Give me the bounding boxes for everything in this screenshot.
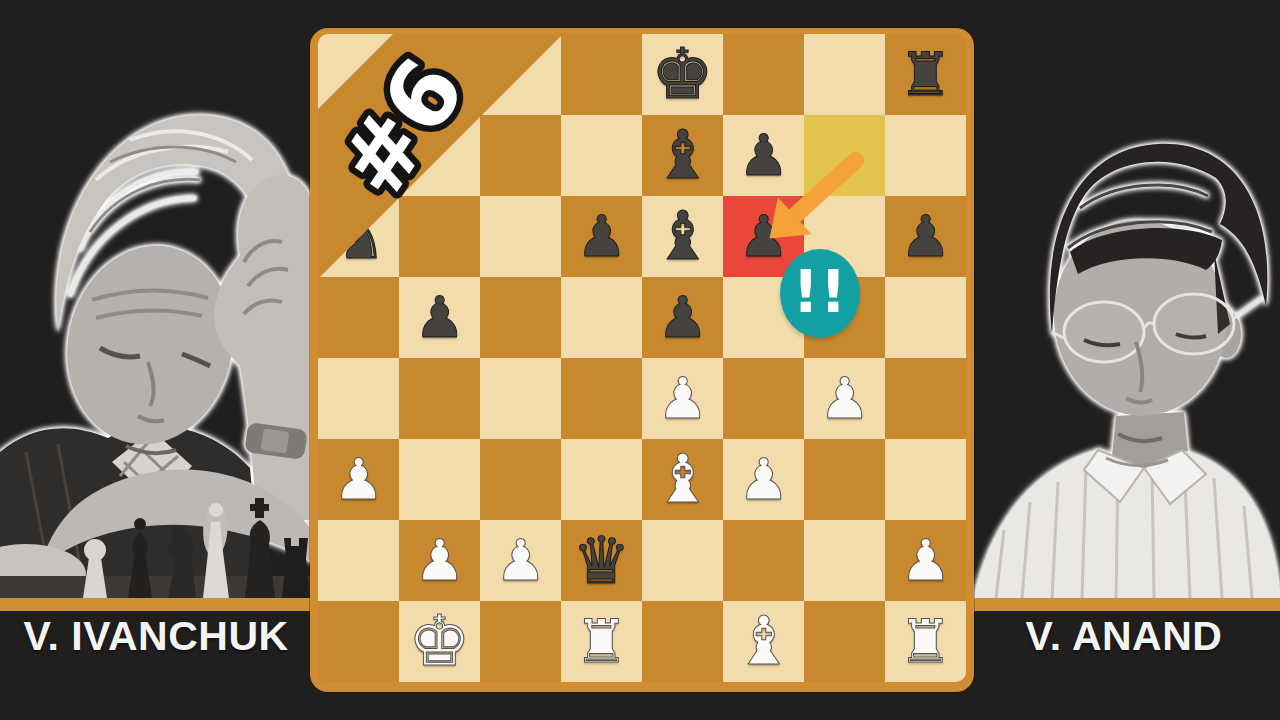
black-queen: ♛: [561, 520, 642, 601]
square-c6: [480, 196, 561, 277]
square-c5: [480, 277, 561, 358]
square-d1: ♜: [561, 601, 642, 682]
square-d8: [561, 34, 642, 115]
white-piece-photo: [209, 503, 223, 517]
square-e5: ♟: [642, 277, 723, 358]
square-h1: ♜: [885, 601, 966, 682]
square-a3: ♟: [318, 439, 399, 520]
board-area: ♚♜♝♟♞♟♝♟♟♟♟♟♟♟♝♟♟♟♛♟♚♜♝♜ #6 !!: [318, 34, 966, 682]
white-pawn: ♟: [804, 358, 885, 439]
black-pawn: ♟: [723, 115, 804, 196]
square-f1: ♝: [723, 601, 804, 682]
square-e3: ♝: [642, 439, 723, 520]
square-d4: [561, 358, 642, 439]
white-rook: ♜: [885, 601, 966, 682]
white-pawn: ♟: [885, 520, 966, 601]
white-rook: ♜: [561, 601, 642, 682]
square-g4: ♟: [804, 358, 885, 439]
square-h7: [885, 115, 966, 196]
square-h3: [885, 439, 966, 520]
square-c7: [480, 115, 561, 196]
watch-face: [261, 428, 290, 453]
brilliant-move-badge: !!: [780, 249, 860, 338]
square-b2: ♟: [399, 520, 480, 601]
square-f4: [723, 358, 804, 439]
square-g2: [804, 520, 885, 601]
square-h2: ♟: [885, 520, 966, 601]
black-pawn: ♟: [399, 277, 480, 358]
square-g1: [804, 601, 885, 682]
black-king: ♚: [642, 34, 723, 115]
square-d2: ♛: [561, 520, 642, 601]
square-b1: ♚: [399, 601, 480, 682]
black-pawn: ♟: [561, 196, 642, 277]
square-a1: [318, 601, 399, 682]
square-b6: [399, 196, 480, 277]
right-player-name: V. ANAND: [968, 613, 1280, 660]
white-pawn: ♟: [723, 439, 804, 520]
square-c4: [480, 358, 561, 439]
black-king-cross: [250, 504, 269, 511]
square-g8: [804, 34, 885, 115]
left-player-name: V. IVANCHUK: [0, 613, 312, 660]
square-h5: [885, 277, 966, 358]
square-b3: [399, 439, 480, 520]
square-b4: [399, 358, 480, 439]
chess-board: ♚♜♝♟♞♟♝♟♟♟♟♟♟♟♝♟♟♟♛♟♚♜♝♜ #6 !!: [310, 28, 974, 692]
square-a5: [318, 277, 399, 358]
square-f3: ♟: [723, 439, 804, 520]
square-b5: ♟: [399, 277, 480, 358]
white-pawn: ♟: [399, 520, 480, 601]
black-bishop: ♝: [642, 115, 723, 196]
white-pawn: ♟: [318, 439, 399, 520]
white-bishop: ♝: [723, 601, 804, 682]
square-g7: [804, 115, 885, 196]
white-bishop: ♝: [642, 439, 723, 520]
left-player-photo: [0, 0, 312, 598]
square-h4: [885, 358, 966, 439]
square-c2: ♟: [480, 520, 561, 601]
square-h6: ♟: [885, 196, 966, 277]
black-pawn: ♟: [885, 196, 966, 277]
square-f8: [723, 34, 804, 115]
square-d3: [561, 439, 642, 520]
square-c1: [480, 601, 561, 682]
square-e2: [642, 520, 723, 601]
square-e8: ♚: [642, 34, 723, 115]
right-player-photo: [968, 0, 1280, 598]
black-rook-photo: [282, 538, 310, 598]
white-pawn-photo: [84, 539, 106, 561]
ivanchuk-portrait: [0, 0, 312, 598]
square-g3: [804, 439, 885, 520]
black-bishop: ♝: [642, 196, 723, 277]
square-e7: ♝: [642, 115, 723, 196]
square-h8: ♜: [885, 34, 966, 115]
black-pawn: ♟: [642, 277, 723, 358]
square-f7: ♟: [723, 115, 804, 196]
square-a4: [318, 358, 399, 439]
anand-figure: [974, 144, 1280, 598]
square-d6: ♟: [561, 196, 642, 277]
white-pawn: ♟: [480, 520, 561, 601]
black-rook: ♜: [885, 34, 966, 115]
square-d7: [561, 115, 642, 196]
face: [49, 230, 251, 460]
brilliant-move-symbol: !!: [793, 258, 848, 326]
anand-portrait: [968, 0, 1280, 598]
square-f2: [723, 520, 804, 601]
square-d5: [561, 277, 642, 358]
square-c3: [480, 439, 561, 520]
black-bishop-photo: [134, 518, 146, 530]
white-king: ♚: [399, 601, 480, 682]
square-e1: [642, 601, 723, 682]
square-e6: ♝: [642, 196, 723, 277]
white-pawn: ♟: [642, 358, 723, 439]
square-e4: ♟: [642, 358, 723, 439]
square-a2: [318, 520, 399, 601]
